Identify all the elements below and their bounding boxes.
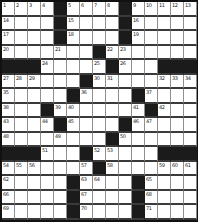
grid-cell[interactable]: 52 — [93, 147, 106, 162]
clue-number: 59 — [159, 162, 164, 168]
clue-number: 45 — [68, 118, 73, 124]
black-cell — [67, 176, 80, 191]
clue-number: 54 — [3, 162, 8, 168]
grid-cell[interactable] — [80, 118, 93, 133]
grid-cell[interactable] — [184, 118, 197, 133]
grid-cell[interactable] — [15, 104, 28, 119]
grid-cell[interactable]: 64 — [93, 176, 106, 191]
crossword-grid: 1234567891011121314151617181920212223242… — [0, 0, 198, 222]
grid-cell[interactable]: 31 — [106, 75, 119, 90]
black-cell — [54, 2, 67, 17]
grid-cell[interactable] — [184, 104, 197, 119]
grid-cell[interactable]: 50 — [119, 133, 132, 148]
grid-cell[interactable]: 67 — [80, 191, 93, 206]
grid-cell[interactable] — [54, 75, 67, 90]
black-cell — [132, 205, 145, 220]
black-cell — [106, 133, 119, 148]
clue-number: 23 — [120, 46, 125, 52]
grid-cell[interactable]: 43 — [2, 118, 15, 133]
clue-number: 65 — [146, 176, 151, 182]
clue-number: 26 — [120, 60, 125, 66]
grid-cell[interactable] — [15, 176, 28, 191]
clue-number: 41 — [133, 104, 138, 110]
clue-number: 63 — [81, 176, 86, 182]
grid-cell[interactable] — [28, 46, 41, 61]
clue-number: 16 — [133, 17, 138, 23]
black-cell — [54, 118, 67, 133]
clue-number: 64 — [94, 176, 99, 182]
clue-number: 58 — [107, 162, 112, 168]
black-cell — [145, 104, 158, 119]
grid-cell[interactable] — [41, 133, 54, 148]
grid-cell[interactable] — [15, 133, 28, 148]
grid-cell[interactable]: 13 — [184, 2, 197, 17]
grid-cell[interactable] — [93, 133, 106, 148]
black-cell — [158, 60, 171, 75]
grid-cell[interactable] — [67, 147, 80, 162]
grid-cell[interactable] — [171, 205, 184, 220]
grid-cell[interactable]: 62 — [2, 176, 15, 191]
grid-cell[interactable]: 44 — [41, 118, 54, 133]
clue-number: 28 — [16, 75, 21, 81]
grid-cell[interactable] — [93, 118, 106, 133]
clue-number: 1 — [3, 2, 6, 8]
grid-cell[interactable] — [145, 46, 158, 61]
grid-cell[interactable] — [80, 104, 93, 119]
grid-cell[interactable] — [106, 89, 119, 104]
grid-cell[interactable] — [41, 191, 54, 206]
grid-cell[interactable]: 61 — [184, 162, 197, 177]
grid-cell[interactable]: 32 — [158, 75, 171, 90]
black-cell — [41, 104, 54, 119]
grid-cell[interactable] — [80, 46, 93, 61]
grid-cell[interactable] — [15, 17, 28, 32]
grid-cell[interactable]: 20 — [2, 46, 15, 61]
clue-number: 47 — [146, 118, 151, 124]
grid-cell[interactable] — [145, 31, 158, 46]
grid-cell[interactable] — [145, 162, 158, 177]
grid-cell[interactable] — [41, 17, 54, 32]
grid-cell[interactable] — [93, 191, 106, 206]
grid-cell[interactable] — [119, 162, 132, 177]
grid-cell[interactable] — [28, 104, 41, 119]
grid-cell[interactable] — [41, 205, 54, 220]
grid-cell[interactable]: 66 — [2, 191, 15, 206]
grid-cell[interactable] — [15, 46, 28, 61]
clue-number: 5 — [68, 2, 71, 8]
clue-number: 36 — [81, 89, 86, 95]
grid-cell[interactable]: 39 — [54, 104, 67, 119]
grid-cell[interactable] — [41, 162, 54, 177]
grid-cell[interactable] — [171, 133, 184, 148]
black-cell — [119, 31, 132, 46]
grid-cell[interactable]: 11 — [158, 2, 171, 17]
grid-cell[interactable] — [41, 31, 54, 46]
clue-number: 33 — [172, 75, 177, 81]
clue-number: 66 — [3, 191, 8, 197]
grid-cell[interactable] — [28, 17, 41, 32]
grid-cell[interactable] — [171, 31, 184, 46]
grid-cell[interactable] — [184, 191, 197, 206]
grid-cell[interactable] — [119, 191, 132, 206]
grid-cell[interactable] — [106, 118, 119, 133]
grid-cell[interactable]: 51 — [41, 147, 54, 162]
grid-cell[interactable] — [106, 17, 119, 32]
clue-number: 57 — [81, 162, 86, 168]
grid-cell[interactable] — [184, 31, 197, 46]
clue-number: 60 — [172, 162, 177, 168]
grid-cell[interactable] — [171, 118, 184, 133]
grid-cell[interactable] — [93, 205, 106, 220]
clue-number: 15 — [68, 17, 73, 23]
clue-number: 12 — [172, 2, 177, 8]
clue-number: 34 — [185, 75, 190, 81]
clue-number: 14 — [3, 17, 8, 23]
grid-cell[interactable]: 71 — [145, 205, 158, 220]
clue-number: 20 — [3, 46, 8, 52]
clue-number: 46 — [133, 118, 138, 124]
grid-cell[interactable] — [184, 89, 197, 104]
grid-cell[interactable] — [119, 147, 132, 162]
grid-cell[interactable]: 22 — [106, 46, 119, 61]
grid-cell[interactable]: 17 — [2, 31, 15, 46]
grid-cell[interactable] — [54, 205, 67, 220]
clue-number: 37 — [146, 89, 151, 95]
black-cell — [119, 17, 132, 32]
grid-cell[interactable] — [28, 31, 41, 46]
clue-number: 21 — [55, 46, 60, 52]
grid-cell[interactable]: 57 — [80, 162, 93, 177]
clue-number: 51 — [42, 147, 47, 153]
grid-cell[interactable] — [171, 46, 184, 61]
grid-cell[interactable]: 8 — [106, 2, 119, 17]
clue-number: 71 — [146, 205, 151, 211]
clue-number: 31 — [107, 75, 112, 81]
grid-cell[interactable]: 45 — [67, 118, 80, 133]
grid-cell[interactable] — [158, 205, 171, 220]
grid-cell[interactable]: 7 — [93, 2, 106, 17]
black-cell — [28, 60, 41, 75]
black-cell — [132, 191, 145, 206]
grid-cell[interactable] — [171, 176, 184, 191]
grid-cell[interactable] — [145, 17, 158, 32]
grid-cell[interactable] — [54, 176, 67, 191]
clue-number: 53 — [107, 147, 112, 153]
clue-number: 39 — [55, 104, 60, 110]
grid-cell[interactable]: 21 — [54, 46, 67, 61]
grid-cell[interactable]: 36 — [80, 89, 93, 104]
grid-cell[interactable]: 68 — [145, 191, 158, 206]
clue-number: 27 — [3, 75, 8, 81]
black-cell — [171, 60, 184, 75]
grid-cell[interactable] — [28, 205, 41, 220]
grid-cell[interactable]: 9 — [132, 2, 145, 17]
grid-cell[interactable] — [41, 75, 54, 90]
grid-cell[interactable]: 5 — [67, 2, 80, 17]
grid-cell[interactable] — [158, 17, 171, 32]
grid-cell[interactable] — [119, 104, 132, 119]
grid-cell[interactable] — [28, 89, 41, 104]
black-cell — [15, 60, 28, 75]
clue-number: 44 — [42, 118, 47, 124]
grid-cell[interactable]: 4 — [41, 2, 54, 17]
clue-number: 22 — [107, 46, 112, 52]
black-cell — [119, 2, 132, 17]
black-cell — [28, 147, 41, 162]
grid-cell[interactable]: 53 — [106, 147, 119, 162]
grid-cell[interactable] — [184, 176, 197, 191]
clue-number: 49 — [55, 133, 60, 139]
black-cell — [67, 89, 80, 104]
clue-number: 6 — [81, 2, 84, 8]
grid-cell[interactable] — [145, 75, 158, 90]
grid-cell[interactable] — [67, 162, 80, 177]
grid-cell[interactable] — [41, 46, 54, 61]
grid-cell[interactable] — [54, 147, 67, 162]
clue-number: 50 — [120, 133, 125, 139]
grid-cell[interactable]: 28 — [15, 75, 28, 90]
grid-cell[interactable] — [132, 162, 145, 177]
black-cell — [171, 147, 184, 162]
grid-cell[interactable] — [106, 31, 119, 46]
clue-number: 11 — [159, 2, 164, 8]
clue-number: 56 — [29, 162, 34, 168]
clue-number: 13 — [185, 2, 190, 8]
grid-cell[interactable] — [93, 31, 106, 46]
grid-cell[interactable] — [80, 60, 93, 75]
grid-cell[interactable] — [158, 191, 171, 206]
clue-number: 48 — [3, 133, 8, 139]
clue-number: 68 — [146, 191, 151, 197]
grid-cell[interactable] — [80, 133, 93, 148]
grid-cell[interactable]: 29 — [28, 75, 41, 90]
grid-cell[interactable] — [106, 176, 119, 191]
black-cell — [132, 176, 145, 191]
grid-cell[interactable]: 40 — [67, 104, 80, 119]
clue-number: 62 — [3, 176, 8, 182]
clue-number: 2 — [16, 2, 19, 8]
black-cell — [184, 147, 197, 162]
grid-cell[interactable]: 2 — [15, 2, 28, 17]
grid-cell[interactable] — [67, 60, 80, 75]
grid-cell[interactable] — [15, 31, 28, 46]
grid-cell[interactable] — [119, 75, 132, 90]
grid-cell[interactable] — [67, 75, 80, 90]
grid-cell[interactable] — [119, 89, 132, 104]
grid-cell[interactable] — [54, 191, 67, 206]
clue-number: 4 — [42, 2, 45, 8]
grid-cell[interactable] — [93, 17, 106, 32]
clue-number: 29 — [29, 75, 34, 81]
clue-number: 38 — [3, 104, 8, 110]
black-cell — [67, 205, 80, 220]
grid-cell[interactable]: 65 — [145, 176, 158, 191]
grid-cell[interactable]: 58 — [106, 162, 119, 177]
grid-cell[interactable]: 54 — [2, 162, 15, 177]
clue-number: 24 — [42, 60, 47, 66]
grid-cell[interactable] — [15, 191, 28, 206]
clue-number: 3 — [29, 2, 32, 8]
black-cell — [184, 60, 197, 75]
grid-cell[interactable] — [158, 46, 171, 61]
grid-cell[interactable]: 16 — [132, 17, 145, 32]
grid-cell[interactable]: 34 — [184, 75, 197, 90]
grid-cell[interactable] — [171, 104, 184, 119]
grid-cell[interactable]: 41 — [132, 104, 145, 119]
clue-number: 8 — [107, 2, 110, 8]
grid-cell[interactable] — [15, 205, 28, 220]
clue-number: 69 — [3, 205, 8, 211]
black-cell — [106, 60, 119, 75]
grid-cell[interactable] — [132, 60, 145, 75]
grid-cell[interactable] — [119, 176, 132, 191]
black-cell — [158, 147, 171, 162]
grid-cell[interactable]: 19 — [132, 31, 145, 46]
grid-cell[interactable]: 37 — [145, 89, 158, 104]
grid-cell[interactable]: 35 — [2, 89, 15, 104]
grid-cell[interactable] — [28, 176, 41, 191]
clue-number: 32 — [159, 75, 164, 81]
clue-number: 43 — [3, 118, 8, 124]
grid-cell[interactable] — [106, 191, 119, 206]
grid-cell[interactable] — [28, 133, 41, 148]
clue-number: 30 — [94, 75, 99, 81]
grid-cell[interactable] — [54, 89, 67, 104]
grid-cell[interactable]: 18 — [67, 31, 80, 46]
clue-number: 9 — [133, 2, 136, 8]
grid-cell[interactable] — [106, 205, 119, 220]
grid-cell[interactable] — [158, 31, 171, 46]
grid-cell[interactable]: 55 — [15, 162, 28, 177]
black-cell — [67, 191, 80, 206]
grid-cell[interactable]: 70 — [80, 205, 93, 220]
grid-cell[interactable]: 23 — [119, 46, 132, 61]
grid-cell[interactable] — [80, 31, 93, 46]
grid-cell[interactable]: 56 — [28, 162, 41, 177]
grid-cell[interactable] — [15, 118, 28, 133]
grid-cell[interactable]: 15 — [67, 17, 80, 32]
grid-cell[interactable]: 30 — [93, 75, 106, 90]
grid-cell[interactable] — [132, 46, 145, 61]
grid-cell[interactable]: 60 — [171, 162, 184, 177]
grid-cell[interactable] — [93, 104, 106, 119]
grid-cell[interactable] — [28, 118, 41, 133]
grid-cell[interactable] — [158, 89, 171, 104]
grid-cell[interactable]: 48 — [2, 133, 15, 148]
grid-cell[interactable] — [184, 133, 197, 148]
grid-cell[interactable]: 14 — [2, 17, 15, 32]
clue-number: 35 — [3, 89, 8, 95]
grid-cell[interactable] — [171, 191, 184, 206]
grid-cell[interactable] — [41, 89, 54, 104]
black-cell — [93, 162, 106, 177]
clue-number: 10 — [146, 2, 151, 8]
grid-cell[interactable] — [28, 191, 41, 206]
grid-cell[interactable] — [54, 60, 67, 75]
grid-cell[interactable] — [54, 162, 67, 177]
grid-cell[interactable] — [80, 17, 93, 32]
grid-cell[interactable]: 49 — [54, 133, 67, 148]
grid-cell[interactable]: 59 — [158, 162, 171, 177]
clue-number: 7 — [94, 2, 97, 8]
clue-number: 17 — [3, 31, 8, 37]
grid-cell[interactable] — [184, 205, 197, 220]
black-cell — [2, 147, 15, 162]
grid-cell[interactable] — [184, 46, 197, 61]
grid-cell[interactable]: 42 — [158, 104, 171, 119]
grid-cell[interactable]: 27 — [2, 75, 15, 90]
grid-cell[interactable]: 69 — [2, 205, 15, 220]
grid-cell[interactable] — [67, 46, 80, 61]
grid-cell[interactable] — [184, 17, 197, 32]
grid-cell[interactable] — [171, 89, 184, 104]
grid-cell[interactable] — [119, 205, 132, 220]
clue-number: 67 — [81, 191, 86, 197]
black-cell — [132, 89, 145, 104]
black-cell — [119, 118, 132, 133]
black-cell — [54, 17, 67, 32]
black-cell — [93, 46, 106, 61]
grid-cell[interactable] — [158, 133, 171, 148]
grid-cell[interactable]: 10 — [145, 2, 158, 17]
grid-cell[interactable]: 26 — [119, 60, 132, 75]
grid-cell[interactable]: 33 — [171, 75, 184, 90]
black-cell — [2, 60, 15, 75]
clue-number: 19 — [133, 31, 138, 37]
grid-cell[interactable]: 3 — [28, 2, 41, 17]
clue-number: 42 — [159, 104, 164, 110]
black-cell — [80, 75, 93, 90]
grid-cell[interactable] — [67, 133, 80, 148]
grid-cell[interactable] — [41, 176, 54, 191]
grid-cell[interactable] — [145, 60, 158, 75]
clue-number: 52 — [94, 147, 99, 153]
grid-cell[interactable]: 12 — [171, 2, 184, 17]
grid-cell[interactable] — [158, 176, 171, 191]
grid-cell[interactable] — [132, 147, 145, 162]
clue-number: 61 — [185, 162, 190, 168]
grid-cell[interactable]: 6 — [80, 2, 93, 17]
grid-cell[interactable] — [132, 133, 145, 148]
grid-cell[interactable]: 1 — [2, 2, 15, 17]
clue-number: 40 — [68, 104, 73, 110]
black-cell — [15, 147, 28, 162]
grid-cell[interactable] — [93, 89, 106, 104]
grid-cell[interactable] — [106, 104, 119, 119]
grid-cell[interactable]: 46 — [132, 118, 145, 133]
grid-cell[interactable] — [158, 118, 171, 133]
grid-cell[interactable] — [145, 133, 158, 148]
clue-number: 25 — [94, 60, 99, 66]
grid-cell[interactable]: 47 — [145, 118, 158, 133]
grid-cell[interactable] — [145, 147, 158, 162]
grid-cell[interactable] — [132, 75, 145, 90]
clue-number: 55 — [16, 162, 21, 168]
grid-cell[interactable]: 38 — [2, 104, 15, 119]
grid-cell[interactable] — [15, 89, 28, 104]
clue-number: 70 — [81, 205, 86, 211]
crossword-board: 1234567891011121314151617181920212223242… — [0, 0, 198, 222]
black-cell — [54, 31, 67, 46]
black-cell — [80, 147, 93, 162]
grid-cell[interactable]: 24 — [41, 60, 54, 75]
grid-cell[interactable] — [171, 17, 184, 32]
grid-cell[interactable]: 25 — [93, 60, 106, 75]
grid-cell[interactable]: 63 — [80, 176, 93, 191]
clue-number: 18 — [68, 31, 73, 37]
